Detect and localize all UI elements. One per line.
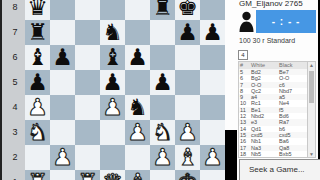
square-d2[interactable] [100,145,125,170]
rank-label-gutter: 87654321 [0,0,25,180]
rank-label-2: 2 [8,151,22,163]
square-c5[interactable] [75,70,100,95]
square-c8[interactable] [75,0,100,20]
move-row-18: 18Nb5Bxb5 [239,151,307,157]
square-c2[interactable] [75,145,100,170]
square-g6[interactable] [175,45,200,70]
game-info-panel: GM_Eljanov 2765 - : - - 100 30 r Standar… [237,0,318,180]
scroll-down-icon[interactable]: ▼ [308,151,315,157]
piece-black-bishop[interactable]: ♝ [25,45,50,70]
piece-black-pawn[interactable]: ♟ [175,20,200,45]
piece-white-rook[interactable]: ♜ [25,170,50,180]
piece-black-knight[interactable]: ♞ [100,20,125,45]
piece-black-pawn[interactable]: ♟ [200,20,225,45]
piece-black-rook[interactable]: ♜ [150,0,175,20]
move-list-header: # White Black [239,62,307,69]
header-black: Black [279,62,306,69]
square-b3[interactable] [50,120,75,145]
square-e5[interactable] [125,70,150,95]
square-e2[interactable] [125,145,150,170]
square-b7[interactable] [50,20,75,45]
piece-black-pawn[interactable]: ♟ [25,70,50,95]
app-window: 87654321 ♛♜♚♜♞♟♟♝♟♝♟♟♟♟♟♟♞♞♟♞♟♟♟♝♟♜♜♛♝♚ … [0,0,320,180]
piece-white-knight[interactable]: ♞ [25,120,50,145]
game-type-label: 100 30 r Standard [239,37,318,44]
square-h3[interactable] [200,120,225,145]
game-clock: - : - - [256,10,316,33]
piece-black-queen[interactable]: ♛ [25,0,50,20]
rank-label-1: 1 [8,176,22,180]
square-g5[interactable] [175,70,200,95]
square-f1[interactable] [150,170,175,180]
square-b8[interactable] [50,0,75,20]
piece-white-pawn[interactable]: ♟ [175,120,200,145]
square-h5[interactable] [200,70,225,95]
piece-black-pawn[interactable]: ♟ [125,45,150,70]
scrollbar-thumb[interactable] [309,71,314,103]
piece-black-king[interactable]: ♚ [175,0,200,20]
square-e8[interactable] [125,0,150,20]
square-h4[interactable] [200,95,225,120]
square-b1[interactable] [50,170,75,180]
piece-white-rook[interactable]: ♜ [75,170,100,180]
player-avatar-icon [239,11,254,32]
square-b5[interactable] [50,70,75,95]
square-a2[interactable] [25,145,50,170]
square-c6[interactable] [75,45,100,70]
square-c4[interactable] [75,95,100,120]
piece-black-pawn[interactable]: ♟ [100,70,125,95]
seek-game-button[interactable]: Seek a Game... [239,159,320,180]
piece-white-bishop[interactable]: ♝ [175,145,200,170]
window-left-edge [0,0,2,180]
square-c7[interactable] [75,20,100,45]
square-f4[interactable] [150,95,175,120]
chess-board[interactable]: ♛♜♚♜♞♟♟♝♟♝♟♟♟♟♟♟♞♞♟♞♟♟♟♝♟♜♜♛♝♚ [25,0,225,180]
piece-white-pawn[interactable]: ♟ [125,120,150,145]
square-f6[interactable] [150,45,175,70]
board-panel-divider [225,0,237,130]
square-h6[interactable] [200,45,225,70]
square-h8[interactable] [200,0,225,20]
piece-white-pawn[interactable]: ♟ [25,95,50,120]
rank-label-6: 6 [8,51,22,63]
square-b4[interactable] [50,95,75,120]
square-c3[interactable] [75,120,100,145]
square-d3[interactable] [100,120,125,145]
rank-label-3: 3 [8,126,22,138]
square-f7[interactable] [150,20,175,45]
move-number: 18 [239,151,251,157]
piece-black-rook[interactable]: ♜ [25,20,50,45]
white-move[interactable]: Nb5 [251,151,279,157]
square-e7[interactable] [125,20,150,45]
piece-white-queen[interactable]: ♛ [100,170,125,180]
piece-white-bishop[interactable]: ♝ [125,170,150,180]
piece-white-pawn[interactable]: ♟ [200,145,225,170]
piece-white-pawn[interactable]: ♟ [150,145,175,170]
square-g4[interactable] [175,95,200,120]
piece-black-knight[interactable]: ♞ [125,95,150,120]
header-white: White [251,62,279,69]
rank-label-8: 8 [8,1,22,13]
player-name-rating: GM_Eljanov 2765 [239,0,318,8]
piece-white-knight[interactable]: ♞ [150,120,175,145]
piece-black-pawn[interactable]: ♟ [50,45,75,70]
rank-label-7: 7 [8,26,22,38]
scroll-up-icon[interactable]: ▲ [308,62,315,68]
move-list-table[interactable]: # White Black 5Bd2Be76Bg2O-O7O-Oc68Qc2Nb… [238,61,308,158]
piece-white-king[interactable]: ♚ [175,170,200,180]
piece-black-pawn[interactable]: ♟ [150,70,175,95]
header-move-number: # [239,62,251,69]
rank-label-5: 5 [8,76,22,88]
move-nav-box[interactable]: 4 [238,50,248,60]
piece-white-pawn[interactable]: ♟ [50,145,75,170]
move-list-scrollbar[interactable]: ▲ ▼ [307,61,316,158]
piece-white-pawn[interactable]: ♟ [100,95,125,120]
square-h1[interactable] [200,170,225,180]
piece-black-bishop[interactable]: ♝ [100,45,125,70]
square-d8[interactable] [100,0,125,20]
black-move[interactable]: Bxb5 [279,151,306,157]
rank-label-4: 4 [8,101,22,113]
